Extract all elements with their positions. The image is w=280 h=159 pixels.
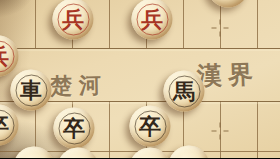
piece-black-soldier[interactable]: 卒 — [54, 108, 95, 149]
piece-black-soldier[interactable]: 卒 — [130, 106, 171, 147]
piece-character: 卒 — [54, 108, 95, 149]
file-line — [109, 101, 110, 158]
piece-red-soldier[interactable]: 兵 — [53, 0, 94, 40]
piece-offscreen-partial[interactable] — [208, 0, 249, 8]
river-label-han-jie: 漢界 — [196, 57, 259, 92]
file-line — [257, 0, 258, 48]
piece-character: 卒 — [130, 106, 171, 147]
point-marker-cross — [212, 20, 229, 37]
file-line — [183, 0, 184, 48]
point-marker-cross — [212, 123, 229, 140]
river-label-chu-he: 楚河 — [50, 70, 109, 101]
file-line — [35, 0, 36, 48]
file-line — [109, 0, 110, 48]
river-bank-line — [0, 48, 280, 49]
piece-character: 兵 — [132, 0, 173, 40]
piece-character: 卒 — [0, 105, 19, 146]
piece-offscreen-partial[interactable] — [14, 147, 55, 159]
piece-red-soldier[interactable]: 兵 — [132, 0, 173, 40]
piece-character: 兵 — [53, 0, 94, 40]
piece-offscreen-partial[interactable] — [130, 148, 171, 159]
piece-offscreen-partial[interactable] — [58, 148, 99, 159]
piece-black-soldier[interactable]: 卒 — [0, 105, 19, 146]
xiangqi-board: 楚河 漢界 兵兵兵車馬卒卒卒 — [0, 0, 280, 158]
file-line — [257, 101, 258, 158]
piece-offscreen-partial[interactable] — [169, 146, 210, 159]
